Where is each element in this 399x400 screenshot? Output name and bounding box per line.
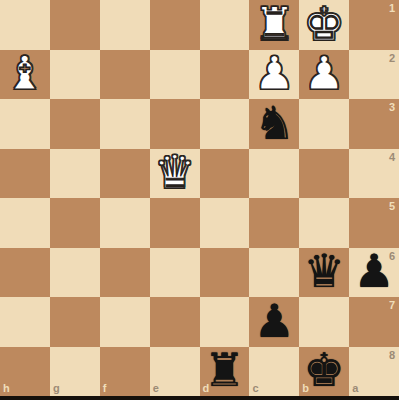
square-b5[interactable] — [299, 198, 349, 248]
file-label-g: g — [53, 383, 60, 394]
square-h7[interactable] — [0, 297, 50, 347]
white-rook-icon[interactable]: ♜ — [254, 1, 295, 47]
square-h3[interactable] — [0, 99, 50, 149]
square-a4[interactable]: 4 — [349, 149, 399, 199]
square-e4[interactable]: ♛ — [150, 149, 200, 199]
square-f7[interactable] — [100, 297, 150, 347]
square-g4[interactable] — [50, 149, 100, 199]
file-label-e: e — [153, 383, 159, 394]
file-label-f: f — [103, 383, 107, 394]
square-e8[interactable]: e — [150, 347, 200, 397]
square-b7[interactable] — [299, 297, 349, 347]
square-h1[interactable] — [0, 0, 50, 50]
square-f3[interactable] — [100, 99, 150, 149]
square-e1[interactable] — [150, 0, 200, 50]
file-label-h: h — [3, 383, 10, 394]
square-e2[interactable] — [150, 50, 200, 100]
square-h4[interactable] — [0, 149, 50, 199]
square-h6[interactable] — [0, 248, 50, 298]
square-a2[interactable]: 2 — [349, 50, 399, 100]
square-b1[interactable]: ♚ — [299, 0, 349, 50]
rank-label-2: 2 — [389, 53, 395, 64]
rank-label-6: 6 — [389, 251, 395, 262]
square-f6[interactable] — [100, 248, 150, 298]
rank-label-3: 3 — [389, 102, 395, 113]
square-d7[interactable] — [200, 297, 250, 347]
white-pawn-icon[interactable]: ♟ — [304, 50, 345, 96]
square-f4[interactable] — [100, 149, 150, 199]
square-a3[interactable]: 3 — [349, 99, 399, 149]
square-c7[interactable]: ♟ — [249, 297, 299, 347]
square-b8[interactable]: ♚b — [299, 347, 349, 397]
rank-label-1: 1 — [389, 3, 395, 14]
square-c2[interactable]: ♟ — [249, 50, 299, 100]
rank-label-7: 7 — [389, 300, 395, 311]
square-d6[interactable] — [200, 248, 250, 298]
square-c1[interactable]: ♜ — [249, 0, 299, 50]
square-g8[interactable]: g — [50, 347, 100, 397]
square-g6[interactable] — [50, 248, 100, 298]
square-e6[interactable] — [150, 248, 200, 298]
square-c8[interactable]: c — [249, 347, 299, 397]
square-c3[interactable]: ♞ — [249, 99, 299, 149]
square-e7[interactable] — [150, 297, 200, 347]
square-a1[interactable]: 1 — [349, 0, 399, 50]
square-h5[interactable] — [0, 198, 50, 248]
square-f1[interactable] — [100, 0, 150, 50]
file-label-b: b — [302, 383, 309, 394]
square-d2[interactable] — [200, 50, 250, 100]
white-queen-icon[interactable]: ♛ — [154, 149, 195, 195]
square-e5[interactable] — [150, 198, 200, 248]
square-a8[interactable]: 8a — [349, 347, 399, 397]
square-f2[interactable] — [100, 50, 150, 100]
square-g7[interactable] — [50, 297, 100, 347]
square-g5[interactable] — [50, 198, 100, 248]
rank-label-5: 5 — [389, 201, 395, 212]
square-g2[interactable] — [50, 50, 100, 100]
white-bishop-icon[interactable]: ♝ — [4, 50, 45, 96]
rank-label-4: 4 — [389, 152, 395, 163]
square-g1[interactable] — [50, 0, 100, 50]
square-d1[interactable] — [200, 0, 250, 50]
black-king-icon[interactable]: ♚ — [304, 347, 345, 393]
square-d8[interactable]: ♜d — [200, 347, 250, 397]
white-king-icon[interactable]: ♚ — [304, 1, 345, 47]
black-queen-icon[interactable]: ♛ — [304, 248, 345, 294]
chess-app: ♜♚1♝♟♟2♞3♛45♛♟6♟7hgfe♜dc♚b8a — [0, 0, 399, 400]
square-a6[interactable]: ♟6 — [349, 248, 399, 298]
square-g3[interactable] — [50, 99, 100, 149]
square-c4[interactable] — [249, 149, 299, 199]
square-f8[interactable]: f — [100, 347, 150, 397]
square-d3[interactable] — [200, 99, 250, 149]
square-c6[interactable] — [249, 248, 299, 298]
file-label-c: c — [252, 383, 258, 394]
square-e3[interactable] — [150, 99, 200, 149]
square-b2[interactable]: ♟ — [299, 50, 349, 100]
black-knight-icon[interactable]: ♞ — [254, 100, 295, 146]
black-rook-icon[interactable]: ♜ — [204, 347, 245, 393]
black-pawn-icon[interactable]: ♟ — [254, 298, 295, 344]
square-b4[interactable] — [299, 149, 349, 199]
square-a7[interactable]: 7 — [349, 297, 399, 347]
file-label-a: a — [352, 383, 358, 394]
rank-label-8: 8 — [389, 350, 395, 361]
white-pawn-icon[interactable]: ♟ — [254, 50, 295, 96]
chess-board: ♜♚1♝♟♟2♞3♛45♛♟6♟7hgfe♜dc♚b8a — [0, 0, 399, 396]
square-b3[interactable] — [299, 99, 349, 149]
file-label-d: d — [203, 383, 210, 394]
square-h2[interactable]: ♝ — [0, 50, 50, 100]
square-d5[interactable] — [200, 198, 250, 248]
square-h8[interactable]: h — [0, 347, 50, 397]
square-d4[interactable] — [200, 149, 250, 199]
square-a5[interactable]: 5 — [349, 198, 399, 248]
square-b6[interactable]: ♛ — [299, 248, 349, 298]
square-f5[interactable] — [100, 198, 150, 248]
square-c5[interactable] — [249, 198, 299, 248]
